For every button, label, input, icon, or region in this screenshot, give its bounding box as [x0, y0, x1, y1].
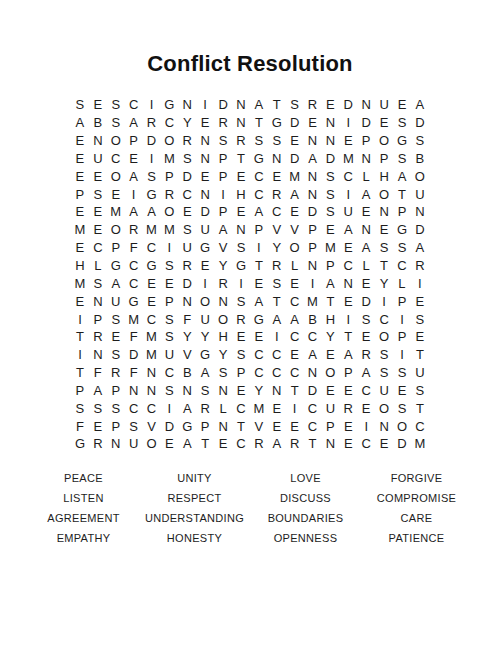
- grid-cell-r8c11[interactable]: P: [250, 221, 268, 239]
- grid-cell-r10c19[interactable]: C: [393, 257, 411, 275]
- grid-cell-r12c1[interactable]: E: [71, 292, 89, 310]
- grid-cell-r6c3[interactable]: E: [107, 185, 125, 203]
- grid-cell-r7c20[interactable]: N: [411, 203, 429, 221]
- grid-cell-r2c8[interactable]: E: [196, 114, 214, 132]
- grid-cell-r5c16[interactable]: C: [339, 167, 357, 185]
- grid-cell-r1c3[interactable]: S: [107, 96, 125, 114]
- grid-cell-r6c1[interactable]: P: [71, 185, 89, 203]
- grid-cell-r2c4[interactable]: A: [125, 114, 143, 132]
- grid-cell-r15c17[interactable]: R: [357, 346, 375, 364]
- grid-cell-r20c11[interactable]: R: [250, 435, 268, 453]
- grid-cell-r9c13[interactable]: O: [286, 239, 304, 257]
- grid-cell-r1c13[interactable]: S: [286, 96, 304, 114]
- grid-cell-r19c2[interactable]: E: [89, 417, 107, 435]
- grid-cell-r11c17[interactable]: E: [357, 274, 375, 292]
- grid-cell-r9c2[interactable]: C: [89, 239, 107, 257]
- grid-cell-r7c3[interactable]: M: [107, 203, 125, 221]
- grid-cell-r3c8[interactable]: N: [196, 132, 214, 150]
- grid-cell-r13c3[interactable]: S: [107, 310, 125, 328]
- grid-cell-r13c5[interactable]: C: [143, 310, 161, 328]
- grid-cell-r2c9[interactable]: R: [214, 114, 232, 132]
- grid-cell-r20c17[interactable]: C: [357, 435, 375, 453]
- grid-cell-r8c14[interactable]: P: [304, 221, 322, 239]
- grid-cell-r7c17[interactable]: E: [357, 203, 375, 221]
- grid-cell-r2c2[interactable]: B: [89, 114, 107, 132]
- grid-cell-r17c11[interactable]: Y: [250, 382, 268, 400]
- grid-cell-r8c2[interactable]: E: [89, 221, 107, 239]
- grid-cell-r8c10[interactable]: N: [232, 221, 250, 239]
- grid-cell-r1c19[interactable]: E: [393, 96, 411, 114]
- grid-cell-r14c18[interactable]: O: [375, 328, 393, 346]
- grid-cell-r13c4[interactable]: M: [125, 310, 143, 328]
- grid-cell-r8c9[interactable]: A: [214, 221, 232, 239]
- grid-cell-r17c10[interactable]: E: [232, 382, 250, 400]
- grid-cell-r5c14[interactable]: N: [304, 167, 322, 185]
- grid-cell-r7c19[interactable]: P: [393, 203, 411, 221]
- grid-cell-r1c14[interactable]: R: [304, 96, 322, 114]
- grid-cell-r14c11[interactable]: E: [250, 328, 268, 346]
- grid-cell-r7c14[interactable]: D: [304, 203, 322, 221]
- grid-cell-r1c7[interactable]: N: [178, 96, 196, 114]
- grid-cell-r10c18[interactable]: T: [375, 257, 393, 275]
- grid-cell-r8c20[interactable]: D: [411, 221, 429, 239]
- grid-cell-r2c16[interactable]: I: [339, 114, 357, 132]
- grid-cell-r14c14[interactable]: C: [304, 328, 322, 346]
- grid-cell-r14c17[interactable]: E: [357, 328, 375, 346]
- grid-cell-r2c12[interactable]: G: [268, 114, 286, 132]
- grid-cell-r10c3[interactable]: G: [107, 257, 125, 275]
- grid-cell-r1c5[interactable]: I: [143, 96, 161, 114]
- grid-cell-r5c7[interactable]: D: [178, 167, 196, 185]
- grid-cell-r12c18[interactable]: I: [375, 292, 393, 310]
- grid-cell-r18c18[interactable]: O: [375, 399, 393, 417]
- grid-cell-r4c18[interactable]: P: [375, 150, 393, 168]
- grid-cell-r1c6[interactable]: G: [160, 96, 178, 114]
- grid-cell-r14c2[interactable]: R: [89, 328, 107, 346]
- grid-cell-r11c7[interactable]: D: [178, 274, 196, 292]
- grid-cell-r6c20[interactable]: U: [411, 185, 429, 203]
- grid-cell-r7c18[interactable]: N: [375, 203, 393, 221]
- grid-cell-r4c7[interactable]: S: [178, 150, 196, 168]
- grid-cell-r19c13[interactable]: E: [286, 417, 304, 435]
- grid-cell-r4c3[interactable]: C: [107, 150, 125, 168]
- grid-cell-r14c3[interactable]: E: [107, 328, 125, 346]
- grid-cell-r2c20[interactable]: D: [411, 114, 429, 132]
- grid-cell-r17c9[interactable]: N: [214, 382, 232, 400]
- grid-cell-r20c7[interactable]: A: [178, 435, 196, 453]
- grid-cell-r4c9[interactable]: P: [214, 150, 232, 168]
- grid-cell-r12c9[interactable]: N: [214, 292, 232, 310]
- grid-cell-r18c7[interactable]: A: [178, 399, 196, 417]
- grid-cell-r1c9[interactable]: D: [214, 96, 232, 114]
- grid-cell-r13c11[interactable]: G: [250, 310, 268, 328]
- grid-cell-r18c3[interactable]: S: [107, 399, 125, 417]
- grid-cell-r7c1[interactable]: E: [71, 203, 89, 221]
- grid-cell-r12c3[interactable]: U: [107, 292, 125, 310]
- grid-cell-r12c7[interactable]: N: [178, 292, 196, 310]
- grid-cell-r3c15[interactable]: N: [321, 132, 339, 150]
- grid-cell-r8c5[interactable]: M: [143, 221, 161, 239]
- grid-cell-r15c12[interactable]: C: [268, 346, 286, 364]
- grid-cell-r4c12[interactable]: N: [268, 150, 286, 168]
- grid-cell-r9c14[interactable]: P: [304, 239, 322, 257]
- grid-cell-r5c19[interactable]: A: [393, 167, 411, 185]
- grid-cell-r13c17[interactable]: S: [357, 310, 375, 328]
- grid-cell-r16c20[interactable]: U: [411, 364, 429, 382]
- grid-cell-r6c13[interactable]: A: [286, 185, 304, 203]
- grid-cell-r4c16[interactable]: M: [339, 150, 357, 168]
- grid-cell-r13c14[interactable]: B: [304, 310, 322, 328]
- grid-cell-r7c2[interactable]: E: [89, 203, 107, 221]
- grid-cell-r6c18[interactable]: O: [375, 185, 393, 203]
- grid-cell-r13c6[interactable]: S: [160, 310, 178, 328]
- grid-cell-r15c19[interactable]: I: [393, 346, 411, 364]
- grid-cell-r9c4[interactable]: F: [125, 239, 143, 257]
- grid-cell-r4c6[interactable]: M: [160, 150, 178, 168]
- grid-cell-r3c9[interactable]: S: [214, 132, 232, 150]
- grid-cell-r15c13[interactable]: E: [286, 346, 304, 364]
- grid-cell-r10c12[interactable]: R: [268, 257, 286, 275]
- grid-cell-r8c8[interactable]: U: [196, 221, 214, 239]
- grid-cell-r15c2[interactable]: N: [89, 346, 107, 364]
- grid-cell-r2c19[interactable]: S: [393, 114, 411, 132]
- grid-cell-r14c5[interactable]: M: [143, 328, 161, 346]
- grid-cell-r15c3[interactable]: S: [107, 346, 125, 364]
- grid-cell-r4c5[interactable]: I: [143, 150, 161, 168]
- grid-cell-r14c15[interactable]: Y: [321, 328, 339, 346]
- grid-cell-r6c12[interactable]: R: [268, 185, 286, 203]
- grid-cell-r15c1[interactable]: I: [71, 346, 89, 364]
- grid-cell-r13c9[interactable]: O: [214, 310, 232, 328]
- grid-cell-r15c11[interactable]: C: [250, 346, 268, 364]
- grid-cell-r5c3[interactable]: O: [107, 167, 125, 185]
- grid-cell-r3c6[interactable]: O: [160, 132, 178, 150]
- grid-cell-r11c18[interactable]: Y: [375, 274, 393, 292]
- grid-cell-r10c14[interactable]: N: [304, 257, 322, 275]
- grid-cell-r19c15[interactable]: P: [321, 417, 339, 435]
- grid-cell-r14c13[interactable]: C: [286, 328, 304, 346]
- grid-cell-r18c16[interactable]: R: [339, 399, 357, 417]
- grid-cell-r20c9[interactable]: E: [214, 435, 232, 453]
- grid-cell-r9c7[interactable]: U: [178, 239, 196, 257]
- grid-cell-r15c10[interactable]: S: [232, 346, 250, 364]
- grid-cell-r10c9[interactable]: Y: [214, 257, 232, 275]
- grid-cell-r7c16[interactable]: U: [339, 203, 357, 221]
- grid-cell-r4c2[interactable]: U: [89, 150, 107, 168]
- grid-cell-r17c15[interactable]: E: [321, 382, 339, 400]
- grid-cell-r12c8[interactable]: O: [196, 292, 214, 310]
- grid-cell-r14c10[interactable]: E: [232, 328, 250, 346]
- grid-cell-r9c15[interactable]: M: [321, 239, 339, 257]
- grid-cell-r11c3[interactable]: A: [107, 274, 125, 292]
- grid-cell-r3c20[interactable]: S: [411, 132, 429, 150]
- grid-cell-r6c9[interactable]: I: [214, 185, 232, 203]
- grid-cell-r13c16[interactable]: I: [339, 310, 357, 328]
- grid-cell-r19c1[interactable]: F: [71, 417, 89, 435]
- grid-cell-r17c7[interactable]: N: [178, 382, 196, 400]
- grid-cell-r18c6[interactable]: I: [160, 399, 178, 417]
- grid-cell-r16c18[interactable]: S: [375, 364, 393, 382]
- grid-cell-r11c4[interactable]: C: [125, 274, 143, 292]
- grid-cell-r6c4[interactable]: I: [125, 185, 143, 203]
- grid-cell-r18c1[interactable]: S: [71, 399, 89, 417]
- grid-cell-r2c7[interactable]: Y: [178, 114, 196, 132]
- grid-cell-r16c4[interactable]: F: [125, 364, 143, 382]
- grid-cell-r17c19[interactable]: E: [393, 382, 411, 400]
- grid-cell-r14c16[interactable]: T: [339, 328, 357, 346]
- grid-cell-r4c4[interactable]: E: [125, 150, 143, 168]
- grid-cell-r19c16[interactable]: E: [339, 417, 357, 435]
- grid-cell-r3c3[interactable]: O: [107, 132, 125, 150]
- grid-cell-r14c19[interactable]: P: [393, 328, 411, 346]
- grid-cell-r3c4[interactable]: P: [125, 132, 143, 150]
- grid-cell-r1c10[interactable]: N: [232, 96, 250, 114]
- grid-cell-r13c15[interactable]: H: [321, 310, 339, 328]
- grid-cell-r4c13[interactable]: D: [286, 150, 304, 168]
- grid-cell-r11c10[interactable]: I: [232, 274, 250, 292]
- grid-cell-r15c9[interactable]: Y: [214, 346, 232, 364]
- grid-cell-r9c1[interactable]: E: [71, 239, 89, 257]
- grid-cell-r11c19[interactable]: L: [393, 274, 411, 292]
- grid-cell-r19c8[interactable]: P: [196, 417, 214, 435]
- grid-cell-r2c1[interactable]: A: [71, 114, 89, 132]
- grid-cell-r1c12[interactable]: T: [268, 96, 286, 114]
- grid-cell-r4c19[interactable]: S: [393, 150, 411, 168]
- grid-cell-r9c6[interactable]: I: [160, 239, 178, 257]
- grid-cell-r7c10[interactable]: E: [232, 203, 250, 221]
- grid-cell-r7c8[interactable]: D: [196, 203, 214, 221]
- grid-cell-r9c20[interactable]: A: [411, 239, 429, 257]
- grid-cell-r5c5[interactable]: S: [143, 167, 161, 185]
- grid-cell-r18c10[interactable]: C: [232, 399, 250, 417]
- grid-cell-r2c13[interactable]: D: [286, 114, 304, 132]
- grid-cell-r19c7[interactable]: G: [178, 417, 196, 435]
- grid-cell-r13c2[interactable]: P: [89, 310, 107, 328]
- grid-cell-r16c12[interactable]: C: [268, 364, 286, 382]
- grid-cell-r20c8[interactable]: T: [196, 435, 214, 453]
- grid-cell-r8c15[interactable]: E: [321, 221, 339, 239]
- grid-cell-r20c19[interactable]: D: [393, 435, 411, 453]
- grid-cell-r20c1[interactable]: G: [71, 435, 89, 453]
- grid-cell-r9c9[interactable]: V: [214, 239, 232, 257]
- grid-cell-r6c14[interactable]: N: [304, 185, 322, 203]
- grid-cell-r15c6[interactable]: U: [160, 346, 178, 364]
- grid-cell-r10c5[interactable]: G: [143, 257, 161, 275]
- grid-cell-r1c15[interactable]: E: [321, 96, 339, 114]
- grid-cell-r13c8[interactable]: U: [196, 310, 214, 328]
- grid-cell-r10c8[interactable]: E: [196, 257, 214, 275]
- grid-cell-r15c18[interactable]: S: [375, 346, 393, 364]
- grid-cell-r15c4[interactable]: D: [125, 346, 143, 364]
- grid-cell-r6c15[interactable]: S: [321, 185, 339, 203]
- grid-cell-r16c17[interactable]: A: [357, 364, 375, 382]
- grid-cell-r17c4[interactable]: N: [125, 382, 143, 400]
- grid-cell-r3c5[interactable]: D: [143, 132, 161, 150]
- grid-cell-r16c11[interactable]: C: [250, 364, 268, 382]
- grid-cell-r19c17[interactable]: I: [357, 417, 375, 435]
- grid-cell-r5c18[interactable]: H: [375, 167, 393, 185]
- grid-cell-r10c20[interactable]: R: [411, 257, 429, 275]
- grid-cell-r3c14[interactable]: N: [304, 132, 322, 150]
- grid-cell-r4c20[interactable]: B: [411, 150, 429, 168]
- grid-cell-r4c14[interactable]: A: [304, 150, 322, 168]
- grid-cell-r11c6[interactable]: E: [160, 274, 178, 292]
- grid-cell-r8c19[interactable]: G: [393, 221, 411, 239]
- grid-cell-r9c18[interactable]: S: [375, 239, 393, 257]
- grid-cell-r17c20[interactable]: S: [411, 382, 429, 400]
- grid-cell-r16c3[interactable]: R: [107, 364, 125, 382]
- grid-cell-r18c20[interactable]: T: [411, 399, 429, 417]
- grid-cell-r5c17[interactable]: L: [357, 167, 375, 185]
- grid-cell-r10c11[interactable]: T: [250, 257, 268, 275]
- grid-cell-r5c4[interactable]: A: [125, 167, 143, 185]
- grid-cell-r5c20[interactable]: O: [411, 167, 429, 185]
- grid-cell-r8c7[interactable]: S: [178, 221, 196, 239]
- grid-cell-r20c14[interactable]: T: [304, 435, 322, 453]
- grid-cell-r3c10[interactable]: R: [232, 132, 250, 150]
- grid-cell-r19c9[interactable]: N: [214, 417, 232, 435]
- grid-cell-r12c17[interactable]: D: [357, 292, 375, 310]
- grid-cell-r14c20[interactable]: E: [411, 328, 429, 346]
- grid-cell-r5c2[interactable]: E: [89, 167, 107, 185]
- grid-cell-r3c13[interactable]: E: [286, 132, 304, 150]
- grid-cell-r12c13[interactable]: C: [286, 292, 304, 310]
- grid-cell-r4c15[interactable]: D: [321, 150, 339, 168]
- grid-cell-r13c10[interactable]: R: [232, 310, 250, 328]
- grid-cell-r9c19[interactable]: S: [393, 239, 411, 257]
- grid-cell-r18c14[interactable]: C: [304, 399, 322, 417]
- grid-cell-r18c2[interactable]: S: [89, 399, 107, 417]
- grid-cell-r10c1[interactable]: H: [71, 257, 89, 275]
- grid-cell-r5c15[interactable]: S: [321, 167, 339, 185]
- grid-cell-r10c4[interactable]: C: [125, 257, 143, 275]
- grid-cell-r11c13[interactable]: E: [286, 274, 304, 292]
- grid-cell-r7c5[interactable]: A: [143, 203, 161, 221]
- grid-cell-r9c8[interactable]: G: [196, 239, 214, 257]
- grid-cell-r7c12[interactable]: C: [268, 203, 286, 221]
- grid-cell-r20c3[interactable]: N: [107, 435, 125, 453]
- grid-cell-r12c16[interactable]: E: [339, 292, 357, 310]
- grid-cell-r4c11[interactable]: G: [250, 150, 268, 168]
- grid-cell-r16c5[interactable]: N: [143, 364, 161, 382]
- grid-cell-r7c9[interactable]: P: [214, 203, 232, 221]
- grid-cell-r1c1[interactable]: S: [71, 96, 89, 114]
- grid-cell-r3c17[interactable]: P: [357, 132, 375, 150]
- grid-cell-r14c9[interactable]: H: [214, 328, 232, 346]
- grid-cell-r8c16[interactable]: A: [339, 221, 357, 239]
- grid-cell-r12c11[interactable]: A: [250, 292, 268, 310]
- grid-cell-r3c2[interactable]: N: [89, 132, 107, 150]
- grid-cell-r14c8[interactable]: Y: [196, 328, 214, 346]
- grid-cell-r19c6[interactable]: D: [160, 417, 178, 435]
- grid-cell-r7c15[interactable]: S: [321, 203, 339, 221]
- grid-cell-r12c5[interactable]: E: [143, 292, 161, 310]
- grid-cell-r1c2[interactable]: E: [89, 96, 107, 114]
- grid-cell-r6c2[interactable]: S: [89, 185, 107, 203]
- grid-cell-r7c4[interactable]: A: [125, 203, 143, 221]
- grid-cell-r17c14[interactable]: D: [304, 382, 322, 400]
- grid-cell-r11c1[interactable]: M: [71, 274, 89, 292]
- grid-cell-r15c15[interactable]: E: [321, 346, 339, 364]
- grid-cell-r17c3[interactable]: P: [107, 382, 125, 400]
- grid-cell-r4c10[interactable]: T: [232, 150, 250, 168]
- grid-cell-r18c9[interactable]: L: [214, 399, 232, 417]
- grid-cell-r6c17[interactable]: A: [357, 185, 375, 203]
- grid-cell-r13c7[interactable]: F: [178, 310, 196, 328]
- grid-cell-r20c4[interactable]: U: [125, 435, 143, 453]
- grid-cell-r16c6[interactable]: C: [160, 364, 178, 382]
- grid-cell-r6c16[interactable]: I: [339, 185, 357, 203]
- grid-cell-r3c12[interactable]: S: [268, 132, 286, 150]
- grid-cell-r1c11[interactable]: A: [250, 96, 268, 114]
- grid-cell-r15c16[interactable]: A: [339, 346, 357, 364]
- grid-cell-r12c20[interactable]: E: [411, 292, 429, 310]
- grid-cell-r1c4[interactable]: C: [125, 96, 143, 114]
- grid-cell-r17c8[interactable]: S: [196, 382, 214, 400]
- grid-cell-r16c2[interactable]: F: [89, 364, 107, 382]
- grid-cell-r2c15[interactable]: N: [321, 114, 339, 132]
- grid-cell-r19c11[interactable]: V: [250, 417, 268, 435]
- grid-cell-r5c6[interactable]: P: [160, 167, 178, 185]
- grid-cell-r16c19[interactable]: S: [393, 364, 411, 382]
- grid-cell-r12c4[interactable]: G: [125, 292, 143, 310]
- grid-cell-r12c10[interactable]: S: [232, 292, 250, 310]
- grid-cell-r1c8[interactable]: I: [196, 96, 214, 114]
- grid-cell-r11c9[interactable]: R: [214, 274, 232, 292]
- grid-cell-r12c6[interactable]: P: [160, 292, 178, 310]
- grid-cell-r15c5[interactable]: M: [143, 346, 161, 364]
- grid-cell-r16c10[interactable]: P: [232, 364, 250, 382]
- grid-cell-r18c13[interactable]: I: [286, 399, 304, 417]
- grid-cell-r12c12[interactable]: T: [268, 292, 286, 310]
- grid-cell-r13c13[interactable]: A: [286, 310, 304, 328]
- grid-cell-r17c6[interactable]: S: [160, 382, 178, 400]
- grid-cell-r9c17[interactable]: A: [357, 239, 375, 257]
- grid-cell-r10c16[interactable]: C: [339, 257, 357, 275]
- grid-cell-r2c6[interactable]: C: [160, 114, 178, 132]
- grid-cell-r2c18[interactable]: E: [375, 114, 393, 132]
- grid-cell-r18c17[interactable]: E: [357, 399, 375, 417]
- grid-cell-r14c7[interactable]: Y: [178, 328, 196, 346]
- grid-cell-r19c20[interactable]: C: [411, 417, 429, 435]
- grid-cell-r16c8[interactable]: A: [196, 364, 214, 382]
- grid-cell-r4c17[interactable]: N: [357, 150, 375, 168]
- grid-cell-r16c16[interactable]: P: [339, 364, 357, 382]
- grid-cell-r6c5[interactable]: G: [143, 185, 161, 203]
- grid-cell-r9c11[interactable]: I: [250, 239, 268, 257]
- grid-cell-r17c2[interactable]: A: [89, 382, 107, 400]
- grid-cell-r13c12[interactable]: A: [268, 310, 286, 328]
- grid-cell-r19c12[interactable]: E: [268, 417, 286, 435]
- grid-cell-r9c5[interactable]: C: [143, 239, 161, 257]
- grid-cell-r3c18[interactable]: O: [375, 132, 393, 150]
- grid-cell-r4c8[interactable]: N: [196, 150, 214, 168]
- grid-cell-r13c1[interactable]: I: [71, 310, 89, 328]
- grid-cell-r6c7[interactable]: C: [178, 185, 196, 203]
- grid-cell-r16c13[interactable]: C: [286, 364, 304, 382]
- grid-cell-r16c14[interactable]: N: [304, 364, 322, 382]
- grid-cell-r18c4[interactable]: C: [125, 399, 143, 417]
- grid-cell-r3c11[interactable]: S: [250, 132, 268, 150]
- grid-cell-r9c10[interactable]: S: [232, 239, 250, 257]
- grid-cell-r3c19[interactable]: G: [393, 132, 411, 150]
- grid-cell-r9c3[interactable]: P: [107, 239, 125, 257]
- grid-cell-r7c13[interactable]: E: [286, 203, 304, 221]
- grid-cell-r1c17[interactable]: N: [357, 96, 375, 114]
- grid-cell-r10c10[interactable]: G: [232, 257, 250, 275]
- grid-cell-r20c12[interactable]: A: [268, 435, 286, 453]
- grid-cell-r5c12[interactable]: E: [268, 167, 286, 185]
